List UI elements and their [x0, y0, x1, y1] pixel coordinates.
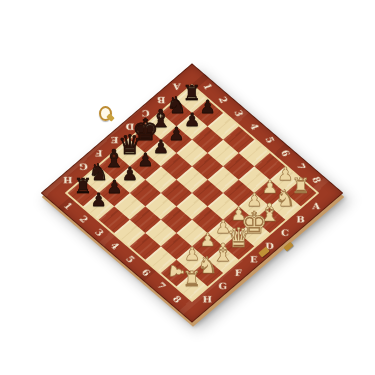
photo-background: HGFEDCBA HGFEDCBA 12345678 12345678 ♜♞♝♛…	[0, 0, 375, 375]
chess-board: HGFEDCBA HGFEDCBA 12345678 12345678	[41, 63, 344, 322]
